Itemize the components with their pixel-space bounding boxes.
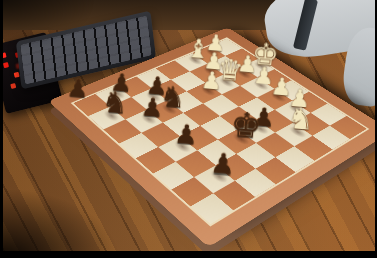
captured-black-pawn-glyph: ♟ [64, 75, 92, 102]
photo-of-chess-board: ♞♟♟♟♟♞♟♚♟♟♞♛♟♝♟♟♟♟♟♚ ♟ [0, 0, 377, 258]
square-a2 [313, 126, 350, 150]
clock-led-digits [3, 52, 7, 58]
scene: ♞♟♟♟♟♞♟♚♟♟♞♛♟♝♟♟♟♟♟♚ ♟ [3, 0, 375, 251]
board-grid: ♞♟♟♟♟♞♟♚♟♟♞♛♟♝♟♟♟♟♟♚ [71, 37, 370, 226]
piece-black-pawn-f7: ♟ [138, 94, 166, 122]
square-f8 [103, 119, 141, 143]
chess-board: ♞♟♟♟♟♞♟♚♟♟♞♛♟♝♟♟♟♟♟♚ ♟ [98, 0, 342, 238]
square-g8: ♞ [88, 106, 125, 129]
board-3d: ♞♟♟♟♟♞♟♚♟♟♞♛♟♝♟♟♟♟♟♚ ♟ [48, 27, 375, 247]
square-b3: ♞ [275, 122, 312, 146]
board-frame: ♞♟♟♟♟♞♟♚♟♟♞♛♟♝♟♟♟♟♟♚ ♟ [48, 27, 375, 247]
